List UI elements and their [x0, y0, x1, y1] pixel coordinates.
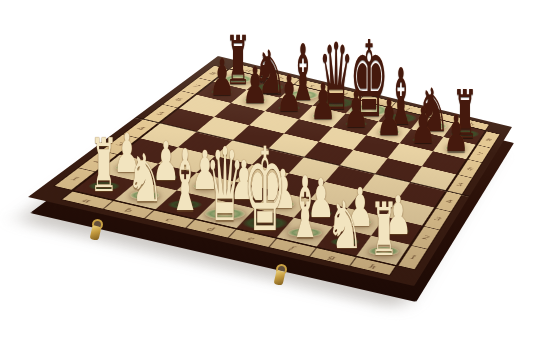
- piece-black-pawn[interactable]: ♟: [207, 53, 236, 104]
- piece-black-pawn[interactable]: ♟: [308, 78, 337, 128]
- brass-clasp-front-center: [272, 264, 288, 288]
- piece-white-knight[interactable]: ♞: [324, 193, 366, 258]
- piece-black-pawn[interactable]: ♟: [241, 61, 270, 112]
- piece-black-pawn[interactable]: ♟: [275, 69, 304, 119]
- piece-black-pawn[interactable]: ♟: [441, 110, 470, 160]
- piece-white-king[interactable]: ♚: [241, 133, 289, 248]
- piece-white-rook[interactable]: ♜: [89, 129, 120, 203]
- clasp-plate-icon: [90, 225, 102, 241]
- piece-white-bishop[interactable]: ♝: [288, 166, 323, 251]
- brass-clasp-front-left: [88, 219, 104, 243]
- product-photo-chess-set: abcdefgh abcdefgh 87654321 87654321 ♜♞♝♛…: [0, 0, 540, 338]
- piece-white-rook[interactable]: ♜: [369, 194, 399, 267]
- piece-white-bishop[interactable]: ♝: [168, 138, 203, 223]
- clasp-plate-icon: [274, 270, 286, 286]
- piece-black-pawn[interactable]: ♟: [342, 86, 371, 136]
- piece-black-pawn[interactable]: ♟: [375, 94, 404, 144]
- pieces-layer: ♜♞♝♛♚♝♞♜♟♟♟♟♟♟♟♟♟♟♟♟♟♟♟♟♜♞♝♛♚♝♞♜: [0, 0, 540, 338]
- piece-white-knight[interactable]: ♞: [124, 146, 166, 212]
- piece-black-pawn[interactable]: ♟: [408, 102, 437, 152]
